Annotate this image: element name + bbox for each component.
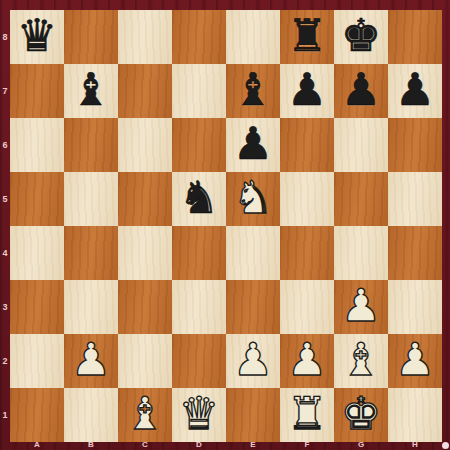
chess-board-frame: ♛♜♚♝♝♟♟♟♟♞♞♟♟♟♟♝♟♝♛♜♚ 87654321 ABCDEFGH <box>0 0 450 450</box>
square-a7[interactable] <box>10 64 64 118</box>
square-f1[interactable]: ♜ <box>280 388 334 442</box>
square-f3[interactable] <box>280 280 334 334</box>
square-c1[interactable]: ♝ <box>118 388 172 442</box>
square-d4[interactable] <box>172 226 226 280</box>
square-a2[interactable] <box>10 334 64 388</box>
piece-black-pawn-e6[interactable]: ♟ <box>226 118 280 172</box>
piece-white-bishop-c1[interactable]: ♝ <box>118 388 172 442</box>
piece-black-bishop-e7[interactable]: ♝ <box>226 64 280 118</box>
rank-label-4: 4 <box>0 226 10 280</box>
piece-white-rook-f1[interactable]: ♜ <box>280 388 334 442</box>
piece-black-pawn-g7[interactable]: ♟ <box>334 64 388 118</box>
piece-black-queen-a8[interactable]: ♛ <box>10 10 64 64</box>
corner-dot <box>442 442 449 449</box>
square-b6[interactable] <box>64 118 118 172</box>
square-h7[interactable]: ♟ <box>388 64 442 118</box>
square-g6[interactable] <box>334 118 388 172</box>
square-d1[interactable]: ♛ <box>172 388 226 442</box>
square-f7[interactable]: ♟ <box>280 64 334 118</box>
square-c4[interactable] <box>118 226 172 280</box>
square-e8[interactable] <box>226 10 280 64</box>
square-c7[interactable] <box>118 64 172 118</box>
piece-black-bishop-b7[interactable]: ♝ <box>64 64 118 118</box>
piece-black-pawn-h7[interactable]: ♟ <box>388 64 442 118</box>
square-c2[interactable] <box>118 334 172 388</box>
square-e1[interactable] <box>226 388 280 442</box>
square-a5[interactable] <box>10 172 64 226</box>
square-c5[interactable] <box>118 172 172 226</box>
square-d2[interactable] <box>172 334 226 388</box>
square-h2[interactable]: ♟ <box>388 334 442 388</box>
square-g2[interactable]: ♝ <box>334 334 388 388</box>
piece-black-rook-f8[interactable]: ♜ <box>280 10 334 64</box>
square-g8[interactable]: ♚ <box>334 10 388 64</box>
piece-white-pawn-g3[interactable]: ♟ <box>334 280 388 334</box>
chess-board: ♛♜♚♝♝♟♟♟♟♞♞♟♟♟♟♝♟♝♛♜♚ <box>10 10 442 442</box>
square-d5[interactable]: ♞ <box>172 172 226 226</box>
rank-label-1: 1 <box>0 388 10 442</box>
square-h5[interactable] <box>388 172 442 226</box>
file-label-b: B <box>64 441 118 450</box>
square-e6[interactable]: ♟ <box>226 118 280 172</box>
square-g5[interactable] <box>334 172 388 226</box>
file-label-a: A <box>10 441 64 450</box>
file-label-f: F <box>280 441 334 450</box>
square-b4[interactable] <box>64 226 118 280</box>
square-h6[interactable] <box>388 118 442 172</box>
file-label-h: H <box>388 441 442 450</box>
square-a4[interactable] <box>10 226 64 280</box>
square-f8[interactable]: ♜ <box>280 10 334 64</box>
square-f5[interactable] <box>280 172 334 226</box>
square-b7[interactable]: ♝ <box>64 64 118 118</box>
square-b3[interactable] <box>64 280 118 334</box>
square-h8[interactable] <box>388 10 442 64</box>
rank-label-8: 8 <box>0 10 10 64</box>
square-f4[interactable] <box>280 226 334 280</box>
square-g1[interactable]: ♚ <box>334 388 388 442</box>
square-c8[interactable] <box>118 10 172 64</box>
square-a1[interactable] <box>10 388 64 442</box>
square-h4[interactable] <box>388 226 442 280</box>
piece-white-pawn-h2[interactable]: ♟ <box>388 334 442 388</box>
square-a8[interactable]: ♛ <box>10 10 64 64</box>
square-e2[interactable]: ♟ <box>226 334 280 388</box>
square-f6[interactable] <box>280 118 334 172</box>
square-a3[interactable] <box>10 280 64 334</box>
file-label-c: C <box>118 441 172 450</box>
square-e4[interactable] <box>226 226 280 280</box>
piece-black-pawn-f7[interactable]: ♟ <box>280 64 334 118</box>
square-c3[interactable] <box>118 280 172 334</box>
piece-white-knight-e5[interactable]: ♞ <box>226 172 280 226</box>
square-g7[interactable]: ♟ <box>334 64 388 118</box>
square-b8[interactable] <box>64 10 118 64</box>
square-e3[interactable] <box>226 280 280 334</box>
rank-label-6: 6 <box>0 118 10 172</box>
square-e7[interactable]: ♝ <box>226 64 280 118</box>
square-g4[interactable] <box>334 226 388 280</box>
square-b2[interactable]: ♟ <box>64 334 118 388</box>
piece-white-pawn-f2[interactable]: ♟ <box>280 334 334 388</box>
square-b5[interactable] <box>64 172 118 226</box>
square-h1[interactable] <box>388 388 442 442</box>
rank-label-5: 5 <box>0 172 10 226</box>
piece-black-king-g8[interactable]: ♚ <box>334 10 388 64</box>
piece-white-pawn-e2[interactable]: ♟ <box>226 334 280 388</box>
rank-label-3: 3 <box>0 280 10 334</box>
square-d3[interactable] <box>172 280 226 334</box>
piece-black-knight-d5[interactable]: ♞ <box>172 172 226 226</box>
rank-label-2: 2 <box>0 334 10 388</box>
file-label-d: D <box>172 441 226 450</box>
piece-white-king-g1[interactable]: ♚ <box>334 388 388 442</box>
piece-white-queen-d1[interactable]: ♛ <box>172 388 226 442</box>
square-d8[interactable] <box>172 10 226 64</box>
file-label-g: G <box>334 441 388 450</box>
square-d6[interactable] <box>172 118 226 172</box>
square-h3[interactable] <box>388 280 442 334</box>
square-e5[interactable]: ♞ <box>226 172 280 226</box>
rank-label-7: 7 <box>0 64 10 118</box>
piece-white-bishop-g2[interactable]: ♝ <box>334 334 388 388</box>
square-b1[interactable] <box>64 388 118 442</box>
piece-white-pawn-b2[interactable]: ♟ <box>64 334 118 388</box>
square-a6[interactable] <box>10 118 64 172</box>
file-label-e: E <box>226 441 280 450</box>
square-d7[interactable] <box>172 64 226 118</box>
square-g3[interactable]: ♟ <box>334 280 388 334</box>
square-c6[interactable] <box>118 118 172 172</box>
square-f2[interactable]: ♟ <box>280 334 334 388</box>
